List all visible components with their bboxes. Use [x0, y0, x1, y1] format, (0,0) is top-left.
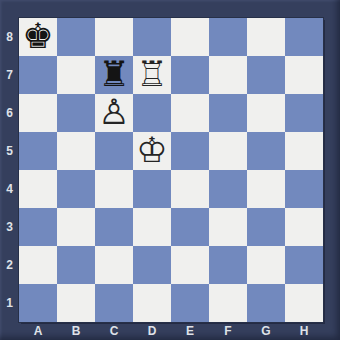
- piece-black-rook[interactable]: ♜: [98, 55, 129, 93]
- square-d5[interactable]: ♔: [133, 132, 171, 170]
- square-b5[interactable]: [57, 132, 95, 170]
- piece-black-king[interactable]: ♚: [22, 17, 53, 55]
- piece-white-rook[interactable]: ♖: [136, 55, 167, 93]
- square-f4[interactable]: [209, 170, 247, 208]
- square-b3[interactable]: [57, 208, 95, 246]
- square-g8[interactable]: [247, 18, 285, 56]
- square-c8[interactable]: [95, 18, 133, 56]
- square-e5[interactable]: [171, 132, 209, 170]
- rank-label-1: 1: [0, 284, 19, 322]
- file-label-f: F: [209, 322, 247, 340]
- square-h5[interactable]: [285, 132, 323, 170]
- file-label-a: A: [19, 322, 57, 340]
- file-label-c: C: [95, 322, 133, 340]
- piece-white-king[interactable]: ♔: [136, 131, 167, 169]
- file-label-d: D: [133, 322, 171, 340]
- square-a3[interactable]: [19, 208, 57, 246]
- square-h2[interactable]: [285, 246, 323, 284]
- square-d8[interactable]: [133, 18, 171, 56]
- square-g4[interactable]: [247, 170, 285, 208]
- square-e6[interactable]: [171, 94, 209, 132]
- square-c1[interactable]: [95, 284, 133, 322]
- square-h8[interactable]: [285, 18, 323, 56]
- square-b8[interactable]: [57, 18, 95, 56]
- square-d6[interactable]: [133, 94, 171, 132]
- square-c5[interactable]: [95, 132, 133, 170]
- square-a5[interactable]: [19, 132, 57, 170]
- square-h4[interactable]: [285, 170, 323, 208]
- square-b2[interactable]: [57, 246, 95, 284]
- file-labels: ABCDEFGH: [19, 322, 323, 340]
- square-f7[interactable]: [209, 56, 247, 94]
- rank-label-2: 2: [0, 246, 19, 284]
- square-a2[interactable]: [19, 246, 57, 284]
- square-h1[interactable]: [285, 284, 323, 322]
- rank-label-3: 3: [0, 208, 19, 246]
- square-g3[interactable]: [247, 208, 285, 246]
- square-f1[interactable]: [209, 284, 247, 322]
- square-b7[interactable]: [57, 56, 95, 94]
- square-b4[interactable]: [57, 170, 95, 208]
- square-c6[interactable]: ♙: [95, 94, 133, 132]
- chess-board: ♚♜♖♙♔: [19, 18, 323, 322]
- file-label-g: G: [247, 322, 285, 340]
- square-a7[interactable]: [19, 56, 57, 94]
- file-label-h: H: [285, 322, 323, 340]
- square-d3[interactable]: [133, 208, 171, 246]
- rank-label-5: 5: [0, 132, 19, 170]
- rank-label-7: 7: [0, 56, 19, 94]
- square-f6[interactable]: [209, 94, 247, 132]
- square-g2[interactable]: [247, 246, 285, 284]
- square-a6[interactable]: [19, 94, 57, 132]
- square-b6[interactable]: [57, 94, 95, 132]
- square-d1[interactable]: [133, 284, 171, 322]
- square-f8[interactable]: [209, 18, 247, 56]
- square-e3[interactable]: [171, 208, 209, 246]
- file-label-e: E: [171, 322, 209, 340]
- square-e8[interactable]: [171, 18, 209, 56]
- rank-label-8: 8: [0, 18, 19, 56]
- square-e1[interactable]: [171, 284, 209, 322]
- square-g6[interactable]: [247, 94, 285, 132]
- square-a8[interactable]: ♚: [19, 18, 57, 56]
- rank-label-4: 4: [0, 170, 19, 208]
- chess-diagram-frame: ♚♜♖♙♔ 87654321 ABCDEFGH: [0, 0, 340, 340]
- square-f5[interactable]: [209, 132, 247, 170]
- square-d2[interactable]: [133, 246, 171, 284]
- square-a1[interactable]: [19, 284, 57, 322]
- square-e2[interactable]: [171, 246, 209, 284]
- square-a4[interactable]: [19, 170, 57, 208]
- square-c7[interactable]: ♜: [95, 56, 133, 94]
- square-g7[interactable]: [247, 56, 285, 94]
- square-e4[interactable]: [171, 170, 209, 208]
- square-f3[interactable]: [209, 208, 247, 246]
- square-f2[interactable]: [209, 246, 247, 284]
- square-g5[interactable]: [247, 132, 285, 170]
- piece-white-pawn[interactable]: ♙: [98, 93, 129, 131]
- square-d7[interactable]: ♖: [133, 56, 171, 94]
- square-c3[interactable]: [95, 208, 133, 246]
- square-d4[interactable]: [133, 170, 171, 208]
- file-label-b: B: [57, 322, 95, 340]
- square-c4[interactable]: [95, 170, 133, 208]
- rank-label-6: 6: [0, 94, 19, 132]
- square-b1[interactable]: [57, 284, 95, 322]
- square-e7[interactable]: [171, 56, 209, 94]
- square-g1[interactable]: [247, 284, 285, 322]
- square-h6[interactable]: [285, 94, 323, 132]
- rank-labels: 87654321: [0, 18, 19, 322]
- square-h3[interactable]: [285, 208, 323, 246]
- square-h7[interactable]: [285, 56, 323, 94]
- square-c2[interactable]: [95, 246, 133, 284]
